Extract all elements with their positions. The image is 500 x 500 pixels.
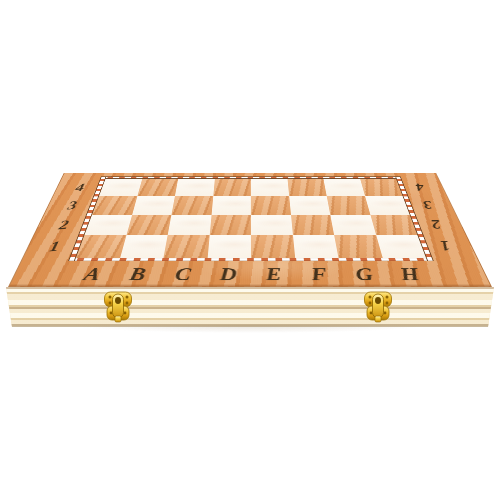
square-e3 [251, 196, 291, 215]
right-clasp-icon [361, 290, 395, 327]
file-label-g: G [354, 265, 375, 282]
square-h4 [360, 179, 403, 196]
square-c2 [168, 215, 212, 236]
square-e2 [251, 215, 293, 236]
square-h1 [376, 235, 426, 258]
chess-box-product-photo: ABCDEFGH 4321 4321 [0, 0, 500, 500]
chess-board-top: ABCDEFGH 4321 4321 [8, 173, 492, 287]
square-a1 [76, 235, 126, 258]
square-b4 [137, 179, 178, 196]
square-d3 [211, 196, 251, 215]
square-g1 [334, 235, 382, 258]
square-c4 [175, 179, 214, 196]
rank-label-left-3: 3 [66, 199, 78, 211]
rank-label-right-4: 4 [414, 182, 427, 193]
rank-label-right-1: 1 [438, 239, 453, 253]
rank-label-right-2: 2 [429, 218, 443, 231]
square-g2 [330, 215, 376, 236]
file-label-b: B [128, 265, 148, 282]
square-f1 [293, 235, 339, 258]
square-a2 [84, 215, 131, 236]
square-b1 [120, 235, 168, 258]
square-e4 [251, 179, 289, 196]
square-d2 [209, 215, 251, 236]
lid-rim-line [6, 287, 494, 289]
square-h2 [370, 215, 417, 236]
file-label-e: E [266, 265, 282, 282]
box-seam-line [6, 307, 494, 309]
square-g4 [323, 179, 364, 196]
board-grid [76, 179, 426, 258]
square-g3 [327, 196, 370, 215]
square-e1 [251, 235, 295, 258]
square-d4 [213, 179, 251, 196]
left-clasp-icon [101, 290, 135, 327]
square-a3 [92, 196, 137, 215]
square-f2 [291, 215, 335, 236]
square-f3 [289, 196, 330, 215]
file-label-c: C [174, 265, 192, 282]
file-labels: ABCDEFGH [65, 261, 437, 287]
file-label-f: F [310, 265, 328, 282]
square-b2 [126, 215, 171, 236]
square-h3 [365, 196, 410, 215]
file-label-d: D [219, 265, 237, 282]
drop-shadow [30, 325, 470, 335]
square-d1 [207, 235, 251, 258]
rank-label-left-1: 1 [48, 239, 61, 254]
square-c3 [171, 196, 212, 215]
rank-label-left-2: 2 [58, 218, 70, 232]
square-b3 [132, 196, 175, 215]
square-a4 [99, 179, 142, 196]
rank-label-right-3: 3 [421, 199, 434, 211]
box-front-side [6, 287, 494, 327]
square-c1 [163, 235, 209, 258]
file-label-a: A [82, 265, 103, 282]
square-f4 [287, 179, 327, 196]
file-label-h: H [398, 265, 422, 282]
rank-label-left-4: 4 [75, 182, 86, 193]
